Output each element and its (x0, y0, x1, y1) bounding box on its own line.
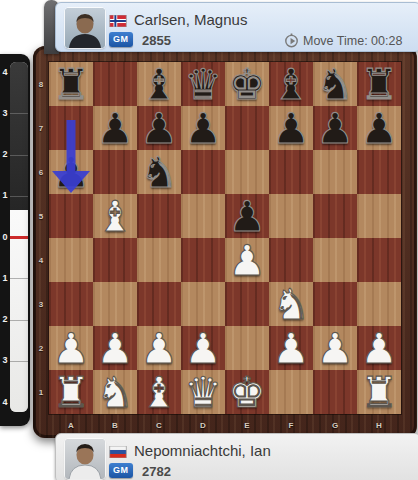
piece-black-queen: ♛ (181, 62, 225, 106)
square-f1[interactable] (269, 370, 313, 414)
square-c7[interactable]: ♟ (137, 106, 181, 150)
square-c3[interactable] (137, 282, 181, 326)
square-a3[interactable] (49, 282, 93, 326)
eval-label-2: 2 (0, 149, 10, 160)
rank-coordinates: 87654321 (33, 62, 49, 414)
square-c4[interactable] (137, 238, 181, 282)
piece-white-king: ♚ (225, 370, 269, 414)
square-g7[interactable]: ♟ (313, 106, 357, 150)
square-c2[interactable]: ♟ (137, 326, 181, 370)
rank-label-4: 4 (33, 238, 49, 282)
square-a4[interactable] (49, 238, 93, 282)
square-a2[interactable]: ♟ (49, 326, 93, 370)
square-f3[interactable]: ♞ (269, 282, 313, 326)
avatar-bottom (65, 439, 105, 479)
eval-marker (10, 236, 28, 239)
eval-label-8: 4 (0, 397, 10, 408)
piece-white-bishop: ♝ (93, 194, 137, 238)
piece-black-knight: ♞ (137, 150, 181, 194)
square-h3[interactable] (357, 282, 401, 326)
broadcast-panel: 432101234 87654321 ABCDEFGH ♜♝♛♚♝♞♜♟♟♟♟♟… (0, 0, 418, 480)
square-f6[interactable] (269, 150, 313, 194)
piece-black-bishop: ♝ (269, 62, 313, 106)
square-b3[interactable] (93, 282, 137, 326)
piece-black-pawn: ♟ (137, 106, 181, 150)
piece-black-rook: ♜ (49, 62, 93, 106)
square-f5[interactable] (269, 194, 313, 238)
square-d5[interactable] (181, 194, 225, 238)
square-g2[interactable]: ♟ (313, 326, 357, 370)
piece-white-pawn: ♟ (137, 326, 181, 370)
eval-track (10, 62, 28, 412)
chess-board: 87654321 ABCDEFGH ♜♝♛♚♝♞♜♟♟♟♟♟♟♟♞♝♟♟♞♟♟♟… (33, 46, 417, 438)
square-e2[interactable] (225, 326, 269, 370)
square-b5[interactable]: ♝ (93, 194, 137, 238)
player-card-bottom: Nepomniachtchi, Ian GM 2782 (55, 433, 418, 480)
piece-white-bishop: ♝ (137, 370, 181, 414)
square-b1[interactable]: ♞ (93, 370, 137, 414)
square-e1[interactable]: ♚ (225, 370, 269, 414)
piece-black-pawn: ♟ (181, 106, 225, 150)
eval-label-6: 2 (0, 314, 10, 325)
player-name-top: Carlsen, Magnus (134, 11, 247, 28)
square-e4[interactable]: ♟ (225, 238, 269, 282)
piece-white-pawn: ♟ (357, 326, 401, 370)
square-e3[interactable] (225, 282, 269, 326)
square-d3[interactable] (181, 282, 225, 326)
norway-flag-icon (109, 15, 127, 27)
square-c1[interactable]: ♝ (137, 370, 181, 414)
square-c6[interactable]: ♞ (137, 150, 181, 194)
rank-label-5: 5 (33, 194, 49, 238)
piece-white-knight: ♞ (269, 282, 313, 326)
square-a7[interactable] (49, 106, 93, 150)
square-h1[interactable]: ♜ (357, 370, 401, 414)
gm-badge-top: GM (109, 32, 133, 47)
square-g1[interactable] (313, 370, 357, 414)
rank-label-6: 6 (33, 150, 49, 194)
square-a6[interactable]: ♟ (49, 150, 93, 194)
piece-white-pawn: ♟ (49, 326, 93, 370)
square-d2[interactable]: ♟ (181, 326, 225, 370)
square-d1[interactable]: ♛ (181, 370, 225, 414)
square-h7[interactable]: ♟ (357, 106, 401, 150)
square-f2[interactable]: ♟ (269, 326, 313, 370)
square-e7[interactable] (225, 106, 269, 150)
square-f8[interactable]: ♝ (269, 62, 313, 106)
square-d7[interactable]: ♟ (181, 106, 225, 150)
eval-label-7: 3 (0, 355, 10, 366)
eval-bar: 432101234 (0, 54, 30, 426)
eval-black-fill (10, 62, 28, 210)
square-h8[interactable]: ♜ (357, 62, 401, 106)
piece-white-knight: ♞ (93, 370, 137, 414)
player-card-top: Carlsen, Magnus GM 2855 Move Time: 00:28 (55, 2, 418, 52)
eval-label-0: 4 (0, 67, 10, 78)
rank-label-1: 1 (33, 370, 49, 414)
rank-label-7: 7 (33, 106, 49, 150)
piece-white-pawn: ♟ (181, 326, 225, 370)
square-b2[interactable]: ♟ (93, 326, 137, 370)
rank-label-8: 8 (33, 62, 49, 106)
board-squares: ♜♝♛♚♝♞♜♟♟♟♟♟♟♟♞♝♟♟♞♟♟♟♟♟♟♟♜♞♝♛♚♜ (49, 62, 401, 414)
square-b6[interactable] (93, 150, 137, 194)
rank-label-3: 3 (33, 282, 49, 326)
square-g8[interactable]: ♞ (313, 62, 357, 106)
piece-white-pawn: ♟ (93, 326, 137, 370)
piece-white-rook: ♜ (49, 370, 93, 414)
square-b8[interactable] (93, 62, 137, 106)
square-h6[interactable] (357, 150, 401, 194)
square-c5[interactable] (137, 194, 181, 238)
piece-black-pawn: ♟ (357, 106, 401, 150)
eval-label-3: 1 (0, 190, 10, 201)
square-c8[interactable]: ♝ (137, 62, 181, 106)
square-f4[interactable] (269, 238, 313, 282)
square-h4[interactable] (357, 238, 401, 282)
eval-label-4: 0 (0, 232, 10, 243)
square-a8[interactable]: ♜ (49, 62, 93, 106)
square-e6[interactable] (225, 150, 269, 194)
square-g6[interactable] (313, 150, 357, 194)
player-name-bottom: Nepomniachtchi, Ian (134, 442, 271, 459)
gm-badge-bottom: GM (109, 463, 133, 478)
square-a1[interactable]: ♜ (49, 370, 93, 414)
piece-black-pawn: ♟ (225, 194, 269, 238)
rank-label-2: 2 (33, 326, 49, 370)
square-h5[interactable] (357, 194, 401, 238)
piece-black-pawn: ♟ (313, 106, 357, 150)
eval-label-1: 3 (0, 108, 10, 119)
square-g3[interactable] (313, 282, 357, 326)
player-rating-bottom: 2782 (142, 464, 171, 479)
square-b4[interactable] (93, 238, 137, 282)
russia-flag-icon (109, 446, 127, 458)
square-e8[interactable]: ♚ (225, 62, 269, 106)
square-d6[interactable] (181, 150, 225, 194)
piece-white-queen: ♛ (181, 370, 225, 414)
square-b7[interactable]: ♟ (93, 106, 137, 150)
eval-label-5: 1 (0, 273, 10, 284)
piece-white-rook: ♜ (357, 370, 401, 414)
piece-white-pawn: ♟ (269, 326, 313, 370)
avatar-bottom-silhouette (65, 439, 105, 479)
piece-black-knight: ♞ (313, 62, 357, 106)
square-f7[interactable]: ♟ (269, 106, 313, 150)
piece-white-pawn: ♟ (225, 238, 269, 282)
square-g5[interactable] (313, 194, 357, 238)
player-rating-top: 2855 (142, 33, 171, 48)
piece-black-pawn: ♟ (93, 106, 137, 150)
piece-black-king: ♚ (225, 62, 269, 106)
piece-black-pawn: ♟ (269, 106, 313, 150)
move-time-text: Move Time: 00:28 (303, 34, 402, 48)
piece-white-pawn: ♟ (313, 326, 357, 370)
eval-white-fill (10, 210, 28, 412)
piece-black-rook: ♜ (357, 62, 401, 106)
piece-black-pawn: ♟ (49, 150, 93, 194)
square-a5[interactable] (49, 194, 93, 238)
avatar-top-silhouette (65, 8, 105, 48)
square-g4[interactable] (313, 238, 357, 282)
square-d4[interactable] (181, 238, 225, 282)
square-e5[interactable]: ♟ (225, 194, 269, 238)
square-d8[interactable]: ♛ (181, 62, 225, 106)
avatar-top (65, 8, 105, 48)
piece-black-bishop: ♝ (137, 62, 181, 106)
square-h2[interactable]: ♟ (357, 326, 401, 370)
move-timer-clock-icon (284, 33, 299, 48)
